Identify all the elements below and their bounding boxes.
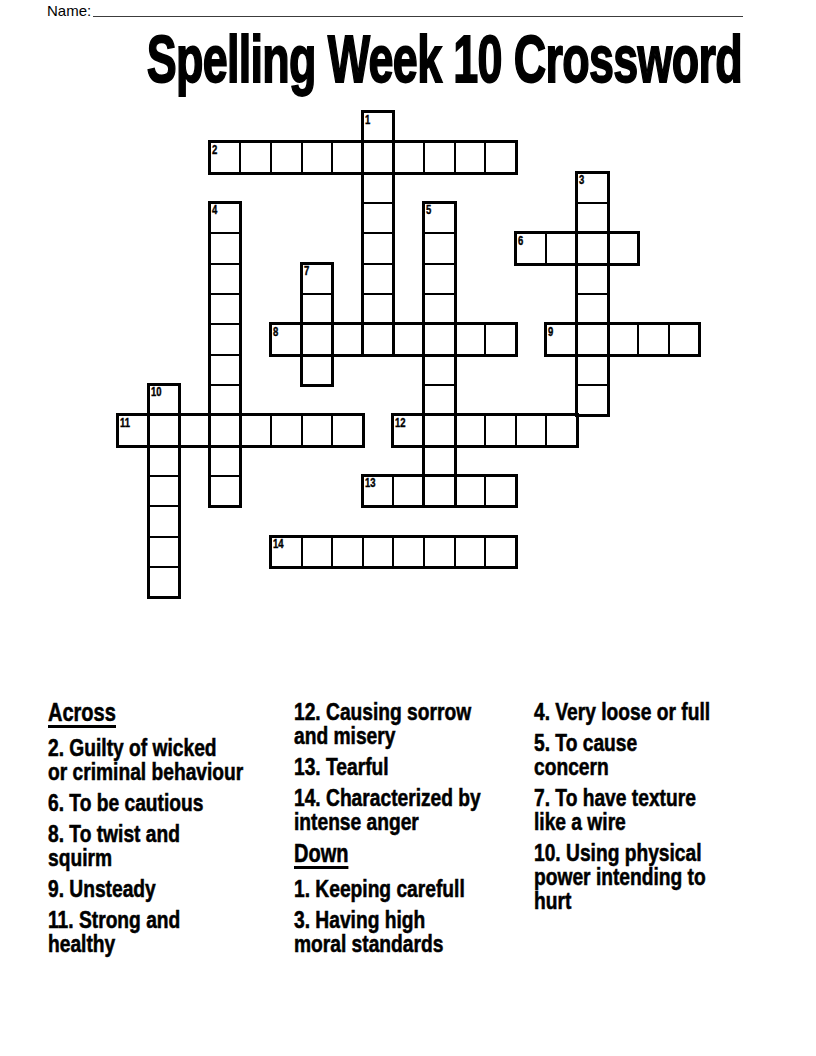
grid-cell[interactable] [423,536,456,568]
grid-cell[interactable] [178,414,211,446]
clue-10: 10. Using physical power intending to hu… [534,841,778,913]
grid-cell[interactable] [576,354,609,386]
crossword-grid: 1234567891011121314 [117,111,703,600]
grid-cell[interactable] [331,414,364,446]
grid-cell[interactable] [331,536,364,568]
grid-cell[interactable] [209,354,242,386]
clue-5: 5. To cause concern [534,731,778,779]
grid-cell[interactable] [331,323,364,355]
name-label: Name: [47,2,91,19]
grid-cell[interactable] [423,141,456,173]
grid-cell[interactable] [148,566,181,598]
name-input-line[interactable] [93,2,743,17]
grid-cell[interactable] [392,536,425,568]
clue-2: 2. Guilty of wicked or criminal behaviou… [48,736,292,784]
grid-cell[interactable] [362,172,395,204]
grid-cell[interactable] [362,141,395,173]
grid-cell[interactable] [423,475,456,507]
cell-number-3: 3 [579,174,584,186]
worksheet-page: Name: Spelling Week 10 Crossword 1234567… [0,0,816,1056]
clue-11: 11. Strong and healthy [48,908,292,956]
grid-cell[interactable] [209,384,242,416]
cell-number-14: 14 [273,538,284,550]
grid-cell[interactable] [148,505,181,537]
grid-cell[interactable] [484,475,517,507]
grid-cell[interactable] [423,232,456,264]
clue-6: 6. To be cautious [48,791,292,815]
grid-cell[interactable] [392,141,425,173]
grid-cell[interactable] [362,202,395,234]
grid-cell[interactable] [484,536,517,568]
grid-cell[interactable] [545,414,578,446]
clue-column-3: 4. Very loose or full5. To cause concern… [534,700,778,920]
clue-8: 8. To twist and squirm [48,822,292,870]
clue-14: 14. Characterized by intense anger [294,786,538,834]
grid-cell[interactable] [362,536,395,568]
grid-cell[interactable] [239,141,272,173]
heading-down: Down [294,841,538,869]
grid-cell[interactable] [209,475,242,507]
grid-cell[interactable] [668,323,701,355]
grid-cell[interactable] [270,141,303,173]
clue-13: 13. Tearful [294,755,538,779]
grid-cell[interactable] [209,414,242,446]
grid-cell[interactable] [301,536,334,568]
cell-number-1: 1 [365,114,370,126]
cell-number-4: 4 [212,204,217,216]
grid-cell[interactable] [576,384,609,416]
heading-across-text: Across [48,700,116,728]
grid-cell[interactable] [423,263,456,295]
grid-cell[interactable] [423,414,456,446]
grid-cell[interactable] [576,323,609,355]
grid-cell[interactable] [301,141,334,173]
grid-cell[interactable] [209,323,242,355]
grid-cell[interactable] [148,445,181,477]
grid-cell[interactable] [576,263,609,295]
heading-down-text: Down [294,841,348,869]
cell-number-10: 10 [151,386,162,398]
grid-cell[interactable] [331,141,364,173]
grid-cell[interactable] [423,445,456,477]
grid-cell[interactable] [607,323,640,355]
cell-number-11: 11 [120,417,130,429]
page-title-text: Spelling Week 10 Crossword [147,26,742,92]
grid-cell[interactable] [454,141,487,173]
grid-cell[interactable] [423,293,456,325]
grid-cell[interactable] [484,141,517,173]
grid-cell[interactable] [454,323,487,355]
grid-cell[interactable] [454,414,487,446]
clue-12: 12. Causing sorrow and misery [294,700,538,748]
grid-cell[interactable] [362,293,395,325]
grid-cell[interactable] [362,263,395,295]
grid-cell[interactable] [515,414,548,446]
grid-cell[interactable] [576,293,609,325]
clue-4: 4. Very loose or full [534,700,778,724]
page-title: Spelling Week 10 Crossword [0,26,816,92]
clue-7: 7. To have texture like a wire [534,786,778,834]
cell-number-2: 2 [212,144,217,156]
cell-number-13: 13 [365,477,376,489]
clue-3: 3. Having high moral standards [294,908,538,956]
grid-cell[interactable] [484,323,517,355]
grid-cell[interactable] [637,323,670,355]
cell-number-5: 5 [426,204,431,216]
grid-cell[interactable] [301,354,334,386]
grid-cell[interactable] [423,354,456,386]
grid-cell[interactable] [148,414,181,446]
grid-cell[interactable] [362,323,395,355]
grid-cell[interactable] [362,232,395,264]
grid-cell[interactable] [392,323,425,355]
grid-cell[interactable] [301,293,334,325]
grid-cell[interactable] [148,475,181,507]
clue-9: 9. Unsteady [48,877,292,901]
heading-across: Across [48,700,292,728]
grid-cell[interactable] [209,293,242,325]
grid-cell[interactable] [301,323,334,355]
grid-cell[interactable] [209,263,242,295]
grid-cell[interactable] [392,475,425,507]
cell-number-12: 12 [395,417,406,429]
clue-column-2: 12. Causing sorrow and misery13. Tearful… [294,700,538,963]
grid-cell[interactable] [209,445,242,477]
grid-cell[interactable] [484,414,517,446]
grid-cell[interactable] [454,475,487,507]
grid-cell[interactable] [545,232,578,264]
grid-cell[interactable] [301,414,334,446]
cell-number-8: 8 [273,326,278,338]
grid-cell[interactable] [239,414,272,446]
cell-number-7: 7 [304,265,309,277]
grid-cell[interactable] [270,414,303,446]
cell-number-9: 9 [548,326,553,338]
grid-cell[interactable] [454,536,487,568]
grid-cell[interactable] [576,202,609,234]
grid-cell[interactable] [209,232,242,264]
grid-cell[interactable] [148,536,181,568]
grid-cell[interactable] [423,323,456,355]
grid-cell[interactable] [607,232,640,264]
grid-cell[interactable] [423,384,456,416]
clue-column-1: Across2. Guilty of wicked or criminal be… [48,700,292,963]
clue-1: 1. Keeping carefull [294,877,538,901]
grid-cell[interactable] [576,232,609,264]
cell-number-6: 6 [518,235,523,247]
